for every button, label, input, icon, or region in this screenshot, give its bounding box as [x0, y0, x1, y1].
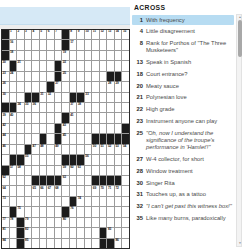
grid-cell[interactable] — [55, 93, 62, 102]
grid-cell[interactable] — [10, 239, 17, 248]
grid-cell[interactable] — [32, 239, 39, 248]
grid-cell[interactable] — [25, 72, 32, 81]
grid-cell[interactable] — [77, 51, 84, 60]
grid-cell[interactable] — [47, 197, 54, 206]
grid-cell[interactable]: 70 — [100, 186, 107, 195]
scroll-down-icon[interactable]: ▼ — [237, 242, 243, 245]
grid-cell[interactable] — [77, 239, 84, 248]
grid-cell[interactable] — [92, 61, 99, 70]
grid-cell[interactable] — [107, 93, 114, 102]
grid-cell[interactable]: 18 — [10, 51, 17, 60]
grid-cell[interactable]: 83 — [107, 228, 114, 237]
grid-cell[interactable] — [115, 61, 122, 70]
grid-cell[interactable] — [70, 61, 77, 70]
grid-cell[interactable] — [85, 145, 92, 154]
grid-cell[interactable]: 68 — [55, 186, 62, 195]
grid-cell[interactable] — [32, 228, 39, 237]
clue-item-32-across[interactable]: 32"I can't get past this witness box!" — [132, 202, 234, 212]
grid-cell[interactable]: 85 — [25, 239, 32, 248]
clue-item-22-across[interactable]: 22High grade — [132, 105, 234, 115]
grid-cell[interactable] — [77, 72, 84, 81]
grid-cell[interactable] — [32, 218, 39, 227]
grid-cell[interactable] — [92, 93, 99, 102]
grid-cell[interactable] — [47, 228, 54, 237]
grid-cell[interactable]: 31 — [40, 93, 47, 102]
grid-cell[interactable] — [70, 239, 77, 248]
grid-cell[interactable] — [115, 103, 122, 112]
grid-cell[interactable]: 42 — [2, 124, 9, 133]
grid-cell[interactable]: 10 — [85, 30, 92, 39]
grid-cell[interactable] — [32, 155, 39, 164]
grid-cell[interactable]: 66 — [40, 186, 47, 195]
grid-cell[interactable]: 4 — [32, 30, 39, 39]
grid-cell[interactable] — [17, 82, 24, 91]
grid-cell[interactable]: 3 — [25, 30, 32, 39]
grid-cell[interactable]: 61 — [77, 166, 84, 175]
grid-cell[interactable]: 60 — [70, 166, 77, 175]
grid-cell[interactable] — [122, 207, 129, 216]
scrollbar-thumb[interactable] — [238, 20, 242, 57]
grid-cell[interactable] — [115, 207, 122, 216]
grid-cell[interactable] — [100, 61, 107, 70]
grid-cell[interactable] — [32, 197, 39, 206]
grid-cell[interactable] — [25, 113, 32, 122]
grid-cell[interactable] — [70, 145, 77, 154]
grid-cell[interactable] — [55, 239, 62, 248]
grid-cell[interactable] — [40, 82, 47, 91]
grid-cell[interactable] — [40, 239, 47, 248]
grid-cell[interactable] — [47, 134, 54, 143]
grid-cell[interactable] — [17, 124, 24, 133]
grid-cell[interactable]: 48 — [40, 145, 47, 154]
clue-item-8-across[interactable]: 8Rank for Porthos of "The Three Musketee… — [132, 39, 234, 56]
grid-cell[interactable] — [100, 218, 107, 227]
grid-cell[interactable]: 82 — [25, 228, 32, 237]
grid-cell[interactable] — [122, 155, 129, 164]
grid-cell[interactable]: 73 — [2, 197, 9, 206]
grid-cell[interactable]: 40 — [10, 113, 17, 122]
grid-cell[interactable] — [100, 113, 107, 122]
grid-cell[interactable] — [100, 51, 107, 60]
grid-cell[interactable]: 80 — [62, 218, 69, 227]
grid-cell[interactable]: 79 — [25, 218, 32, 227]
grid-cell[interactable] — [25, 176, 32, 185]
grid-cell[interactable] — [62, 103, 69, 112]
grid-cell[interactable] — [10, 186, 17, 195]
grid-cell[interactable] — [70, 72, 77, 81]
grid-cell[interactable]: 13 — [107, 30, 114, 39]
grid-cell[interactable] — [47, 239, 54, 248]
grid-cell[interactable] — [40, 124, 47, 133]
grid-cell[interactable] — [92, 197, 99, 206]
grid-cell[interactable] — [107, 166, 114, 175]
grid-cell[interactable]: 67 — [47, 186, 54, 195]
grid-cell[interactable] — [77, 61, 84, 70]
grid-cell[interactable] — [40, 166, 47, 175]
grid-cell[interactable]: 77 — [2, 218, 9, 227]
grid-cell[interactable]: 11 — [92, 30, 99, 39]
grid-cell[interactable] — [32, 82, 39, 91]
grid-cell[interactable] — [92, 207, 99, 216]
grid-cell[interactable] — [122, 93, 129, 102]
grid-cell[interactable] — [115, 218, 122, 227]
grid-cell[interactable] — [85, 124, 92, 133]
grid-cell[interactable]: 30 — [2, 93, 9, 102]
grid-cell[interactable] — [17, 176, 24, 185]
grid-cell[interactable] — [2, 155, 9, 164]
grid-cell[interactable] — [92, 228, 99, 237]
grid-cell[interactable] — [47, 51, 54, 60]
grid-cell[interactable] — [55, 228, 62, 237]
grid-cell[interactable] — [25, 197, 32, 206]
grid-cell[interactable] — [25, 134, 32, 143]
grid-cell[interactable]: 78 — [10, 218, 17, 227]
grid-cell[interactable] — [17, 40, 24, 49]
grid-cell[interactable] — [77, 113, 84, 122]
grid-cell[interactable] — [92, 166, 99, 175]
grid-cell[interactable] — [100, 40, 107, 49]
grid-cell[interactable] — [115, 113, 122, 122]
grid-cell[interactable] — [100, 207, 107, 216]
scroll-up-icon[interactable]: ▲ — [237, 16, 243, 19]
grid-cell[interactable] — [77, 124, 84, 133]
grid-cell[interactable] — [40, 51, 47, 60]
grid-cell[interactable]: 86 — [115, 239, 122, 248]
grid-cell[interactable] — [77, 82, 84, 91]
grid-cell[interactable]: 58 — [17, 166, 24, 175]
grid-cell[interactable] — [47, 124, 54, 133]
grid-cell[interactable] — [122, 228, 129, 237]
grid-cell[interactable] — [92, 218, 99, 227]
grid-cell[interactable]: 44 — [2, 134, 9, 143]
clue-item-31-across[interactable]: 31Touches up, as a tattoo — [132, 190, 234, 200]
grid-cell[interactable] — [62, 239, 69, 248]
grid-cell[interactable] — [47, 207, 54, 216]
grid-cell[interactable] — [25, 124, 32, 133]
grid-cell[interactable]: 28 — [107, 82, 114, 91]
grid-cell[interactable] — [55, 103, 62, 112]
grid-cell[interactable]: 50 — [92, 145, 99, 154]
grid-cell[interactable] — [47, 218, 54, 227]
grid-cell[interactable] — [92, 103, 99, 112]
grid-cell[interactable]: 63 — [62, 176, 69, 185]
grid-cell[interactable] — [2, 207, 9, 216]
grid-cell[interactable]: 14 — [115, 30, 122, 39]
clue-item-1-across[interactable]: 1With frequency — [132, 15, 234, 25]
grid-cell[interactable] — [77, 218, 84, 227]
grid-cell[interactable] — [122, 239, 129, 248]
grid-cell[interactable] — [40, 155, 47, 164]
grid-cell[interactable] — [85, 166, 92, 175]
grid-cell[interactable] — [85, 134, 92, 143]
grid-cell[interactable] — [122, 51, 129, 60]
grid-cell[interactable] — [10, 124, 17, 133]
grid-cell[interactable] — [77, 145, 84, 154]
grid-cell[interactable]: 64 — [2, 186, 9, 195]
grid-cell[interactable] — [85, 40, 92, 49]
clue-item-35-across[interactable]: 35Like many burns, paradoxically — [132, 214, 234, 224]
grid-cell[interactable] — [85, 228, 92, 237]
grid-cell[interactable] — [107, 207, 114, 216]
grid-cell[interactable] — [62, 145, 69, 154]
grid-cell[interactable]: 47 — [32, 145, 39, 154]
grid-cell[interactable] — [25, 186, 32, 195]
grid-cell[interactable] — [100, 103, 107, 112]
grid-cell[interactable]: 72 — [115, 186, 122, 195]
grid-cell[interactable] — [55, 166, 62, 175]
grid-cell[interactable] — [55, 40, 62, 49]
grid-cell[interactable] — [122, 176, 129, 185]
grid-cell[interactable]: 35 — [25, 103, 32, 112]
grid-cell[interactable]: 2 — [17, 30, 24, 39]
grid-cell[interactable] — [92, 72, 99, 81]
clue-item-23-across[interactable]: 23Instrument anyone can play — [132, 117, 234, 127]
grid-cell[interactable] — [70, 124, 77, 133]
grid-cell[interactable] — [55, 51, 62, 60]
grid-cell[interactable] — [25, 82, 32, 91]
grid-cell[interactable] — [107, 51, 114, 60]
grid-cell[interactable] — [85, 176, 92, 185]
grid-cell[interactable] — [40, 207, 47, 216]
grid-cell[interactable]: 24 — [10, 72, 17, 81]
grid-cell[interactable] — [47, 72, 54, 81]
grid-cell[interactable] — [32, 40, 39, 49]
grid-cell[interactable] — [107, 155, 114, 164]
grid-cell[interactable] — [55, 197, 62, 206]
grid-cell[interactable] — [17, 145, 24, 154]
grid-cell[interactable]: 39 — [2, 113, 9, 122]
grid-cell[interactable] — [10, 145, 17, 154]
grid-cell[interactable]: 38 — [77, 103, 84, 112]
grid-cell[interactable] — [70, 218, 77, 227]
grid-cell[interactable] — [85, 113, 92, 122]
grid-cell[interactable]: 84 — [2, 239, 9, 248]
grid-cell[interactable] — [115, 228, 122, 237]
grid-cell[interactable]: 9 — [77, 30, 84, 39]
grid-cell[interactable] — [70, 82, 77, 91]
grid-cell[interactable] — [77, 134, 84, 143]
clue-list-scrollbar[interactable]: ▲ ▼ — [236, 14, 242, 247]
grid-cell[interactable]: 25 — [62, 72, 69, 81]
grid-cell[interactable]: 55 — [25, 155, 32, 164]
grid-cell[interactable] — [85, 239, 92, 248]
grid-cell[interactable]: 74 — [77, 197, 84, 206]
grid-cell[interactable] — [25, 61, 32, 70]
grid-cell[interactable]: 23 — [2, 72, 9, 81]
clue-item-30-across[interactable]: 30Singer Rita — [132, 178, 234, 188]
grid-cell[interactable] — [115, 51, 122, 60]
grid-cell[interactable] — [122, 72, 129, 81]
grid-cell[interactable] — [92, 51, 99, 60]
grid-cell[interactable] — [70, 51, 77, 60]
grid-cell[interactable] — [77, 207, 84, 216]
grid-cell[interactable] — [107, 40, 114, 49]
grid-cell[interactable] — [107, 124, 114, 133]
grid-cell[interactable] — [92, 124, 99, 133]
grid-cell[interactable] — [122, 186, 129, 195]
grid-cell[interactable]: 37 — [70, 103, 77, 112]
grid-cell[interactable] — [100, 82, 107, 91]
clue-item-25-across[interactable]: 25"Oh, now I understand the significance… — [132, 128, 234, 153]
grid-cell[interactable] — [62, 197, 69, 206]
clue-item-21-across[interactable]: 21Polynesian love — [132, 93, 234, 103]
grid-cell[interactable] — [107, 103, 114, 112]
grid-cell[interactable]: 20 — [2, 61, 9, 70]
grid-cell[interactable] — [85, 218, 92, 227]
grid-cell[interactable] — [100, 124, 107, 133]
grid-cell[interactable] — [32, 134, 39, 143]
grid-cell[interactable] — [62, 186, 69, 195]
grid-cell[interactable]: 21 — [17, 61, 24, 70]
grid-cell[interactable] — [85, 82, 92, 91]
grid-cell[interactable] — [47, 40, 54, 49]
grid-cell[interactable] — [40, 72, 47, 81]
grid-cell[interactable] — [47, 103, 54, 112]
grid-cell[interactable] — [92, 239, 99, 248]
grid-cell[interactable] — [32, 207, 39, 216]
grid-cell[interactable] — [40, 228, 47, 237]
grid-cell[interactable]: 46 — [2, 145, 9, 154]
grid-cell[interactable]: 57 — [10, 166, 17, 175]
grid-cell[interactable] — [122, 218, 129, 227]
grid-cell[interactable] — [85, 186, 92, 195]
grid-cell[interactable] — [122, 113, 129, 122]
grid-cell[interactable] — [92, 82, 99, 91]
grid-cell[interactable] — [122, 40, 129, 49]
grid-cell[interactable]: 17 — [70, 40, 77, 49]
grid-cell[interactable] — [47, 61, 54, 70]
grid-cell[interactable]: 49 — [55, 145, 62, 154]
grid-cell[interactable] — [85, 197, 92, 206]
grid-cell[interactable] — [107, 113, 114, 122]
grid-cell[interactable] — [10, 93, 17, 102]
grid-cell[interactable] — [40, 103, 47, 112]
grid-cell[interactable] — [115, 166, 122, 175]
grid-cell[interactable] — [70, 134, 77, 143]
grid-cell[interactable] — [115, 155, 122, 164]
grid-cell[interactable]: 34 — [17, 103, 24, 112]
grid-cell[interactable] — [47, 145, 54, 154]
grid-cell[interactable] — [115, 197, 122, 206]
grid-cell[interactable] — [100, 72, 107, 81]
grid-cell[interactable] — [122, 103, 129, 112]
grid-cell[interactable] — [10, 82, 17, 91]
grid-cell[interactable] — [47, 166, 54, 175]
grid-cell[interactable] — [40, 61, 47, 70]
grid-cell[interactable] — [100, 155, 107, 164]
clue-item-4-across[interactable]: 4Little disagreement — [132, 27, 234, 37]
clue-item-13-across[interactable]: 13Speak in Spanish — [132, 58, 234, 68]
grid-cell[interactable]: 76 — [70, 207, 77, 216]
grid-cell[interactable]: 5 — [40, 30, 47, 39]
grid-cell[interactable]: 16 — [10, 40, 17, 49]
grid-cell[interactable] — [92, 113, 99, 122]
grid-cell[interactable] — [85, 61, 92, 70]
grid-cell[interactable] — [77, 186, 84, 195]
grid-cell[interactable] — [107, 218, 114, 227]
grid-cell[interactable] — [32, 124, 39, 133]
grid-cell[interactable] — [77, 176, 84, 185]
grid-cell[interactable]: 51 — [100, 145, 107, 154]
grid-cell[interactable]: 81 — [2, 228, 9, 237]
grid-cell[interactable] — [17, 93, 24, 102]
grid-cell[interactable] — [85, 51, 92, 60]
grid-cell[interactable]: 43 — [62, 124, 69, 133]
grid-cell[interactable]: 59 — [62, 166, 69, 175]
grid-cell[interactable] — [25, 166, 32, 175]
grid-cell[interactable] — [10, 176, 17, 185]
grid-cell[interactable] — [32, 61, 39, 70]
clue-item-28-across[interactable]: 28Window treatment — [132, 166, 234, 176]
grid-cell[interactable]: 15 — [122, 30, 129, 39]
grid-cell[interactable]: 29 — [115, 82, 122, 91]
grid-cell[interactable] — [100, 197, 107, 206]
grid-cell[interactable] — [32, 113, 39, 122]
grid-cell[interactable] — [107, 197, 114, 206]
grid-cell[interactable] — [25, 207, 32, 216]
grid-cell[interactable] — [55, 218, 62, 227]
grid-cell[interactable] — [47, 113, 54, 122]
grid-cell[interactable]: 69 — [92, 186, 99, 195]
grid-cell[interactable] — [32, 72, 39, 81]
grid-cell[interactable] — [115, 40, 122, 49]
grid-cell[interactable] — [17, 134, 24, 143]
grid-cell[interactable] — [92, 155, 99, 164]
grid-cell[interactable] — [17, 113, 24, 122]
grid-cell[interactable]: 32 — [47, 93, 54, 102]
grid-cell[interactable] — [85, 103, 92, 112]
grid-cell[interactable] — [77, 228, 84, 237]
grid-cell[interactable]: 71 — [107, 186, 114, 195]
grid-cell[interactable] — [40, 197, 47, 206]
grid-cell[interactable] — [25, 51, 32, 60]
grid-cell[interactable]: 1 — [10, 30, 17, 39]
grid-cell[interactable] — [122, 82, 129, 91]
clue-item-27-across[interactable]: 27W-4 collector, for short — [132, 155, 234, 165]
grid-cell[interactable] — [85, 72, 92, 81]
grid-cell[interactable] — [122, 197, 129, 206]
grid-cell[interactable]: 53 — [115, 145, 122, 154]
grid-cell[interactable] — [55, 207, 62, 216]
grid-cell[interactable]: 22 — [62, 61, 69, 70]
grid-cell[interactable]: 52 — [107, 145, 114, 154]
grid-cell[interactable] — [70, 176, 77, 185]
grid-cell[interactable] — [92, 40, 99, 49]
grid-cell[interactable] — [10, 134, 17, 143]
grid-cell[interactable] — [32, 51, 39, 60]
clue-item-20-across[interactable]: 20Meaty sauce — [132, 81, 234, 91]
grid-cell[interactable]: 7 — [55, 30, 62, 39]
grid-cell[interactable]: 8 — [70, 30, 77, 39]
grid-cell[interactable]: 33 — [85, 93, 92, 102]
grid-cell[interactable] — [47, 155, 54, 164]
grid-cell[interactable]: 41 — [70, 113, 77, 122]
grid-cell[interactable] — [40, 113, 47, 122]
grid-cell[interactable] — [10, 197, 17, 206]
grid-cell[interactable] — [17, 197, 24, 206]
grid-cell[interactable]: 36 — [32, 103, 39, 112]
grid-cell[interactable]: 27 — [55, 82, 62, 91]
clue-item-18-across[interactable]: 18Court entrance? — [132, 69, 234, 79]
grid-cell[interactable] — [25, 40, 32, 49]
grid-cell[interactable] — [85, 207, 92, 216]
grid-cell[interactable]: 12 — [100, 30, 107, 39]
grid-cell[interactable] — [32, 166, 39, 175]
grid-cell[interactable] — [107, 61, 114, 70]
grid-cell[interactable] — [17, 72, 24, 81]
grid-cell[interactable] — [122, 166, 129, 175]
grid-cell[interactable] — [55, 155, 62, 164]
